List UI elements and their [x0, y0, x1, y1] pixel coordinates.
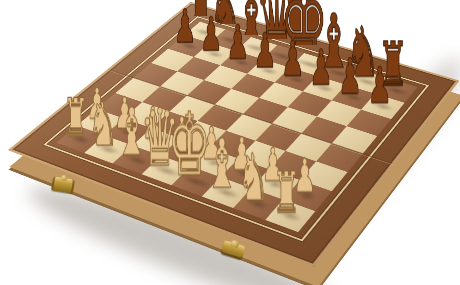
chess-board: ♜♞♝♛♚♝♞♜♟♟♟♟♟♟♟♟♟♟♟♟♟♟♟♟♜♞♝♛♚♝♞♜ — [8, 1, 460, 266]
chess-set-photo: ♜♞♝♛♚♝♞♜♟♟♟♟♟♟♟♟♟♟♟♟♟♟♟♟♜♞♝♛♚♝♞♜ — [0, 0, 460, 285]
white-rook-h1[interactable]: ♜ — [255, 164, 317, 220]
